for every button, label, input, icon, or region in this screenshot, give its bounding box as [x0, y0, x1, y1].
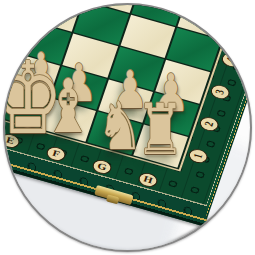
product-photo: ABCDEFGH12345678 ♟♟♟♟♚♝♞♜	[0, 0, 255, 255]
rank-label-5: 5	[231, 19, 252, 37]
piece-white-king-e1: ♚	[3, 49, 63, 149]
square-d2	[3, 40, 14, 83]
square-d4	[3, 3, 36, 19]
square-h6	[188, 3, 243, 7]
photo-circle-mask: ABCDEFGH12345678 ♟♟♟♟♚♝♞♜	[3, 3, 252, 252]
square-d3	[3, 8, 25, 51]
rank-label-6: 6	[242, 3, 252, 5]
pieces-layer: ♟♟♟♟♚♝♞♜	[5, 5, 250, 250]
piece-white-rook-h1: ♜	[135, 95, 184, 165]
